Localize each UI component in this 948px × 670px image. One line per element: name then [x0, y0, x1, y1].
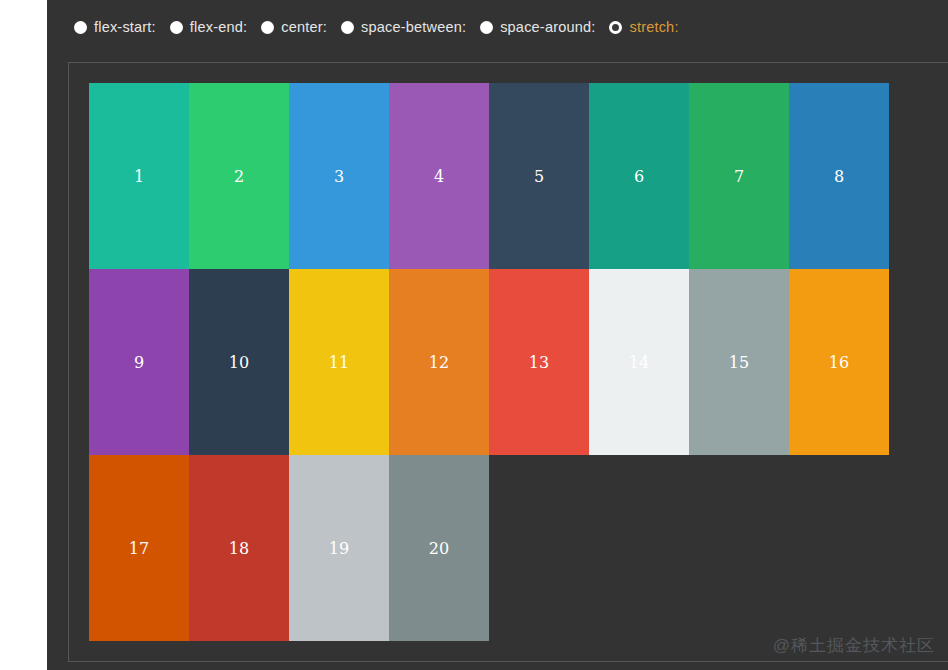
flex-item-4: 4 — [389, 83, 489, 269]
flex-item-3: 3 — [289, 83, 389, 269]
radio-option-flex-start[interactable]: flex-start: — [74, 19, 156, 35]
flex-demo-container: 1 2 3 4 5 6 7 8 9 10 11 12 13 14 15 16 1… — [68, 62, 948, 662]
flex-item-7: 7 — [689, 83, 789, 269]
radio-icon[interactable] — [480, 21, 493, 34]
radio-label: space-between: — [361, 19, 466, 35]
radio-label: flex-end: — [190, 19, 247, 35]
radio-option-center[interactable]: center: — [261, 19, 327, 35]
radio-icon[interactable] — [74, 21, 87, 34]
flex-item-19: 19 — [289, 455, 389, 641]
flex-item-18: 18 — [189, 455, 289, 641]
radio-option-flex-end[interactable]: flex-end: — [170, 19, 247, 35]
flex-item-8: 8 — [789, 83, 889, 269]
radio-option-space-around[interactable]: space-around: — [480, 19, 595, 35]
radio-label: space-around: — [500, 19, 595, 35]
flex-item-12: 12 — [389, 269, 489, 455]
flex-item-17: 17 — [89, 455, 189, 641]
flex-item-6: 6 — [589, 83, 689, 269]
flex-item-9: 9 — [89, 269, 189, 455]
flex-item-20: 20 — [389, 455, 489, 641]
flex-item-14: 14 — [589, 269, 689, 455]
align-content-options: flex-start: flex-end: center: space-betw… — [74, 14, 693, 40]
radio-label: flex-start: — [94, 19, 156, 35]
radio-icon[interactable] — [170, 21, 183, 34]
juejin-watermark: @稀土掘金技术社区 — [773, 634, 935, 657]
left-white-strip — [0, 0, 47, 670]
flex-item-11: 11 — [289, 269, 389, 455]
radio-option-space-between[interactable]: space-between: — [341, 19, 466, 35]
flex-item-13: 13 — [489, 269, 589, 455]
radio-icon[interactable] — [261, 21, 274, 34]
flex-item-2: 2 — [189, 83, 289, 269]
flex-item-1: 1 — [89, 83, 189, 269]
flex-item-10: 10 — [189, 269, 289, 455]
radio-label: center: — [281, 19, 327, 35]
radio-icon[interactable] — [609, 21, 622, 34]
flex-item-16: 16 — [789, 269, 889, 455]
flex-item-5: 5 — [489, 83, 589, 269]
radio-option-stretch[interactable]: stretch: — [609, 19, 678, 35]
flex-item-15: 15 — [689, 269, 789, 455]
radio-label: stretch: — [629, 19, 678, 35]
radio-icon[interactable] — [341, 21, 354, 34]
